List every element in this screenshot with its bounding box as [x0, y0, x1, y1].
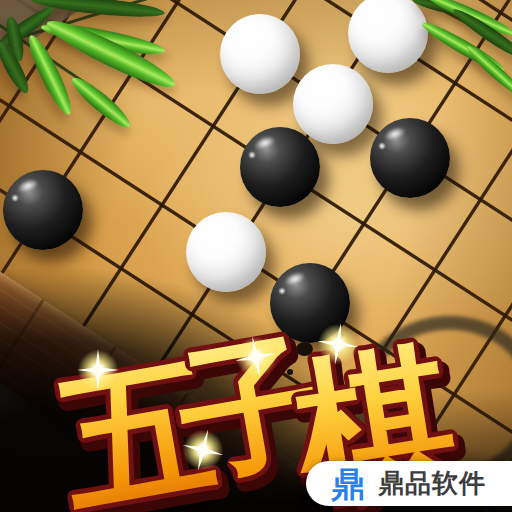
watermark-text: 鼎品软件 [378, 466, 486, 501]
sparkle-icon [77, 349, 119, 391]
sparkle-icon [314, 320, 361, 367]
watermark-logo-icon: 鼎 [331, 467, 365, 501]
sparkle-icon [232, 333, 281, 382]
game-title: 五 子 棋 五 子 棋 [0, 0, 512, 512]
watermark-pill: 鼎 鼎品软件 [306, 461, 512, 506]
splash-screen: 五 子 棋 五 子 棋 鼎 鼎品软件 [0, 0, 512, 512]
